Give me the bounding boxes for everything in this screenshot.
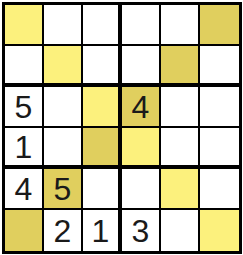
cell-r6c2[interactable]: 2 (44, 210, 83, 251)
sudoku-page: 54145213 (0, 0, 243, 254)
cell-r6c6[interactable] (200, 210, 239, 251)
cell-r5c6[interactable] (200, 169, 239, 210)
cell-r2c2[interactable] (44, 46, 83, 87)
cell-r1c3[interactable] (83, 5, 122, 46)
cell-r3c6[interactable] (200, 87, 239, 128)
cell-r3c2[interactable] (44, 87, 83, 128)
cell-r1c6[interactable] (200, 5, 239, 46)
cell-r6c4[interactable]: 3 (122, 210, 161, 251)
cell-r1c4[interactable] (122, 5, 161, 46)
sudoku-board: 54145213 (2, 2, 242, 254)
cell-r6c5[interactable] (161, 210, 200, 251)
cell-r2c3[interactable] (83, 46, 122, 87)
cell-r4c4[interactable] (122, 128, 161, 169)
cell-r2c6[interactable] (200, 46, 239, 87)
cell-r5c5[interactable] (161, 169, 200, 210)
cell-r3c5[interactable] (161, 87, 200, 128)
cell-r3c3[interactable] (83, 87, 122, 128)
cell-r4c3[interactable] (83, 128, 122, 169)
cell-r2c5[interactable] (161, 46, 200, 87)
cell-r3c1[interactable]: 5 (5, 87, 44, 128)
cell-r4c5[interactable] (161, 128, 200, 169)
cell-r6c1[interactable] (5, 210, 44, 251)
cell-r1c5[interactable] (161, 5, 200, 46)
cell-r4c6[interactable] (200, 128, 239, 169)
cell-r2c4[interactable] (122, 46, 161, 87)
cell-r5c4[interactable] (122, 169, 161, 210)
cell-r2c1[interactable] (5, 46, 44, 87)
cell-r5c2[interactable]: 5 (44, 169, 83, 210)
cell-r1c1[interactable] (5, 5, 44, 46)
cell-r5c3[interactable] (83, 169, 122, 210)
cell-r6c3[interactable]: 1 (83, 210, 122, 251)
cell-r4c1[interactable]: 1 (5, 128, 44, 169)
cell-r5c1[interactable]: 4 (5, 169, 44, 210)
cell-r4c2[interactable] (44, 128, 83, 169)
cell-r3c4[interactable]: 4 (122, 87, 161, 128)
cell-r1c2[interactable] (44, 5, 83, 46)
